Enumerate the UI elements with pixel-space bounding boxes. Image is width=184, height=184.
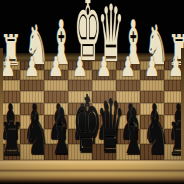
square-b2[interactable]: ♟ [140,70,164,80]
square-c8[interactable]: ♝ [116,144,140,161]
board-frame-left-edge [0,48,3,162]
board-frame-right-edge [181,48,184,162]
square-h2[interactable]: ♟ [0,70,20,80]
piece-white-pawn-e2[interactable]: ♟ [71,54,89,81]
square-c2[interactable]: ♟ [116,70,140,80]
square-b8[interactable]: ♞ [140,144,164,161]
square-h3[interactable] [0,80,20,91]
square-g8[interactable]: ♞ [20,144,44,161]
square-f8[interactable]: ♝ [44,144,68,161]
chess-set-photo: ♜♞♝♚♛♝♞♜♟♟♟♟♟♟♟♟♟♟♟♟♟♟♟♟♜♞♝♚♛♝♞♜ [0,0,184,184]
piece-white-pawn-g2[interactable]: ♟ [23,54,41,81]
square-f2[interactable]: ♟ [44,70,68,80]
piece-white-pawn-f2[interactable]: ♟ [47,54,65,81]
chess-board-grid: ♜♞♝♚♛♝♞♜♟♟♟♟♟♟♟♟♟♟♟♟♟♟♟♟♜♞♝♚♛♝♞♜ [0,61,184,160]
square-f3[interactable] [44,80,68,91]
square-h8[interactable]: ♜ [0,144,20,161]
piece-black-bishop-c8[interactable]: ♝ [120,100,136,163]
square-g2[interactable]: ♟ [20,70,44,80]
piece-white-pawn-d2[interactable]: ♟ [95,54,113,81]
piece-black-bishop-f8[interactable]: ♝ [48,100,64,163]
square-b3[interactable] [140,80,164,91]
piece-white-pawn-b2[interactable]: ♟ [143,54,161,81]
piece-white-pawn-c2[interactable]: ♟ [119,54,137,81]
board-frame-near-rail [0,160,184,184]
piece-black-knight-g8[interactable]: ♞ [24,106,41,163]
piece-black-knight-b8[interactable]: ♞ [144,106,161,163]
piece-black-queen-d8[interactable]: ♛ [97,90,112,163]
square-e8[interactable]: ♚ [68,144,92,161]
piece-black-king-e8[interactable]: ♚ [73,85,88,163]
square-d8[interactable]: ♛ [92,144,116,161]
square-g3[interactable] [20,80,44,91]
